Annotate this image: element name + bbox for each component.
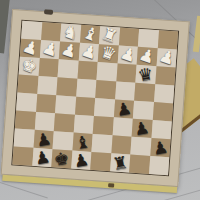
square-f8 <box>118 28 139 47</box>
black-pawn: ♟ <box>33 148 51 167</box>
white-queen: ♛ <box>98 42 118 63</box>
black-bishop: ♝ <box>73 133 91 152</box>
square-c4 <box>55 95 76 114</box>
black-king: ♚ <box>53 149 71 168</box>
white-bishop: ♝ <box>80 23 100 44</box>
square-b8 <box>41 22 62 41</box>
white-pawn: ♟ <box>79 41 99 62</box>
square-h3 <box>151 120 172 139</box>
square-b3 <box>34 112 55 131</box>
square-g6: ♛ <box>135 65 156 84</box>
square-d7: ♟ <box>78 43 99 62</box>
square-a1 <box>12 146 33 165</box>
square-c6 <box>58 59 79 78</box>
white-pawn: ♟ <box>40 38 60 59</box>
square-g8 <box>138 29 159 48</box>
white-pawn: ♟ <box>21 37 41 58</box>
square-f7: ♟ <box>117 45 138 64</box>
wall-corner-shadow <box>0 0 10 53</box>
square-d8: ♝ <box>80 25 101 44</box>
square-c3 <box>54 113 75 132</box>
square-f3 <box>112 117 133 136</box>
square-d1: ♟ <box>71 151 92 170</box>
white-pawn: ♟ <box>137 45 157 66</box>
square-e8: ♜ <box>99 26 120 45</box>
square-d3 <box>73 115 94 134</box>
square-b5 <box>37 76 58 95</box>
square-e5 <box>95 80 116 99</box>
square-h6 <box>155 66 176 85</box>
square-d6 <box>77 61 98 80</box>
chess-board: ♞♝♜♟♟♟♟♛♟♟♟♚♛♟♟♟♝♟♟♚♟♜ <box>0 9 190 193</box>
white-pawn: ♟ <box>118 44 138 65</box>
white-pawn: ♟ <box>59 40 79 61</box>
white-rook: ♜ <box>100 24 120 45</box>
white-king: ♚ <box>19 55 39 76</box>
square-g5 <box>134 83 155 102</box>
square-e4 <box>94 98 115 117</box>
square-c1: ♚ <box>51 149 72 168</box>
square-g7: ♟ <box>137 47 158 66</box>
board-frame: ♞♝♜♟♟♟♟♛♟♟♟♚♛♟♟♟♝♟♟♚♟♜ <box>1 9 190 187</box>
square-b4 <box>36 94 57 113</box>
black-pawn: ♟ <box>72 150 90 169</box>
square-h1 <box>149 156 170 175</box>
square-c7: ♟ <box>59 41 80 60</box>
square-c8: ♞ <box>60 23 81 42</box>
hinge-mark <box>44 9 53 15</box>
square-g1 <box>129 155 150 174</box>
square-h8 <box>157 30 178 49</box>
square-c5 <box>56 77 77 96</box>
square-a8 <box>21 21 42 40</box>
board-grid: ♞♝♜♟♟♟♟♛♟♟♟♚♛♟♟♟♝♟♟♚♟♜ <box>11 20 179 177</box>
white-pawn: ♟ <box>157 46 177 67</box>
square-h2: ♟ <box>150 138 171 157</box>
square-g3: ♟ <box>132 119 153 138</box>
square-a7: ♟ <box>20 39 41 58</box>
black-rook: ♜ <box>111 153 129 172</box>
black-queen: ♛ <box>137 65 155 84</box>
square-c2 <box>53 131 74 150</box>
square-a4 <box>16 93 37 112</box>
square-e2 <box>91 134 112 153</box>
square-e6 <box>96 62 117 81</box>
square-f4: ♟ <box>113 99 134 118</box>
square-b7: ♟ <box>39 40 60 59</box>
square-e1 <box>90 152 111 171</box>
square-h7: ♟ <box>156 48 177 67</box>
furniture-edge-sliver <box>193 16 200 52</box>
square-g2 <box>130 137 151 156</box>
black-pawn: ♟ <box>34 130 52 149</box>
black-pawn: ♟ <box>115 99 133 118</box>
photo-scene: ♞♝♜♟♟♟♟♛♟♟♟♚♛♟♟♟♝♟♟♚♟♜ <box>0 0 200 200</box>
square-d4 <box>75 97 96 116</box>
square-b6 <box>38 58 59 77</box>
square-h4 <box>152 102 173 121</box>
square-f2 <box>111 135 132 154</box>
square-f5 <box>115 81 136 100</box>
square-f6 <box>116 63 137 82</box>
square-d5 <box>76 79 97 98</box>
white-knight: ♞ <box>61 22 81 43</box>
square-d2: ♝ <box>72 133 93 152</box>
square-a2 <box>14 128 35 147</box>
square-a6: ♚ <box>19 57 40 76</box>
black-pawn: ♟ <box>151 138 169 157</box>
square-b2: ♟ <box>33 130 54 149</box>
clasp-mark <box>108 183 114 187</box>
square-g4 <box>133 101 154 120</box>
square-a5 <box>17 75 38 94</box>
square-f1: ♜ <box>110 153 131 172</box>
square-b1: ♟ <box>32 148 53 167</box>
square-h5 <box>154 84 175 103</box>
square-a3 <box>15 111 36 130</box>
square-e7: ♛ <box>98 44 119 63</box>
square-e3 <box>93 116 114 135</box>
black-pawn: ♟ <box>133 119 151 138</box>
